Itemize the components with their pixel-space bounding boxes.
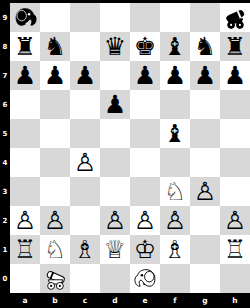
square-f5[interactable]: ♝ <box>160 119 190 148</box>
file-label-g: g <box>190 293 220 308</box>
square-d5[interactable] <box>100 119 130 148</box>
square-a7[interactable]: ♟ <box>10 61 40 90</box>
piece-black-knight[interactable]: ♞ <box>44 34 66 59</box>
piece-black-cannon[interactable] <box>222 4 249 31</box>
rank-label-6: 6 <box>0 90 10 119</box>
square-b6[interactable] <box>40 90 70 119</box>
square-e0[interactable] <box>130 264 160 293</box>
square-b3[interactable] <box>40 177 70 206</box>
rank-label-9: 9 <box>0 3 10 32</box>
square-f9[interactable] <box>160 3 190 32</box>
square-c8[interactable] <box>70 32 100 61</box>
piece-white-pawn[interactable]: ♙ <box>164 208 186 233</box>
square-a4[interactable] <box>10 148 40 177</box>
square-g9[interactable] <box>190 3 220 32</box>
square-f4[interactable] <box>160 148 190 177</box>
file-label-f: f <box>160 293 190 308</box>
square-e5[interactable] <box>130 119 160 148</box>
square-d8[interactable]: ♛ <box>100 32 130 61</box>
rank-label-3: 3 <box>0 177 10 206</box>
square-h6[interactable] <box>220 90 250 119</box>
square-e4[interactable] <box>130 148 160 177</box>
piece-white-bishop[interactable]: ♗ <box>74 237 96 262</box>
square-h4[interactable] <box>220 148 250 177</box>
file-label-h: h <box>220 293 250 308</box>
square-g3[interactable]: ♙ <box>190 177 220 206</box>
square-a2[interactable]: ♙ <box>10 206 40 235</box>
square-c2[interactable] <box>70 206 100 235</box>
square-g6[interactable] <box>190 90 220 119</box>
piece-black-pawn[interactable]: ♟ <box>134 63 156 88</box>
piece-black-rook[interactable]: ♜ <box>14 34 36 59</box>
square-h8[interactable]: ♜ <box>220 32 250 61</box>
rank-label-5: 5 <box>0 119 10 148</box>
square-c4[interactable]: ♙ <box>70 148 100 177</box>
file-label-e: e <box>130 293 160 308</box>
square-f3[interactable]: ♘ <box>160 177 190 206</box>
square-h0[interactable] <box>220 264 250 293</box>
rank-label-1: 1 <box>0 235 10 264</box>
piece-white-queen[interactable]: ♕ <box>104 237 126 262</box>
square-f1[interactable]: ♗ <box>160 235 190 264</box>
piece-white-rook[interactable]: ♖ <box>14 237 36 262</box>
square-c1[interactable]: ♗ <box>70 235 100 264</box>
square-b0[interactable] <box>40 264 70 293</box>
square-e6[interactable] <box>130 90 160 119</box>
square-d7[interactable] <box>100 61 130 90</box>
piece-white-pawn[interactable]: ♙ <box>224 208 246 233</box>
piece-white-elephant[interactable] <box>132 265 159 292</box>
square-h7[interactable]: ♟ <box>220 61 250 90</box>
square-c5[interactable] <box>70 119 100 148</box>
square-c3[interactable] <box>70 177 100 206</box>
square-g2[interactable] <box>190 206 220 235</box>
square-g4[interactable] <box>190 148 220 177</box>
chess-variant-diagram: 9876543210 ♜♞♛♚♝♞♜♟♟♟♟♟♟♟♟♝♙♘♙♙♙♙♙♙♙♖♘♗♕… <box>0 0 250 308</box>
square-d2[interactable]: ♙ <box>100 206 130 235</box>
piece-black-pawn[interactable]: ♟ <box>224 63 246 88</box>
square-e7[interactable]: ♟ <box>130 61 160 90</box>
square-a1[interactable]: ♖ <box>10 235 40 264</box>
piece-black-pawn[interactable]: ♟ <box>164 63 186 88</box>
square-f7[interactable]: ♟ <box>160 61 190 90</box>
piece-white-pawn[interactable]: ♙ <box>134 208 156 233</box>
square-e8[interactable]: ♚ <box>130 32 160 61</box>
rank-label-0: 0 <box>0 264 10 293</box>
square-f2[interactable]: ♙ <box>160 206 190 235</box>
square-a8[interactable]: ♜ <box>10 32 40 61</box>
rank-labels: 9876543210 <box>0 3 10 293</box>
piece-white-bishop[interactable]: ♗ <box>164 237 186 262</box>
square-b7[interactable]: ♟ <box>40 61 70 90</box>
file-label-d: d <box>100 293 130 308</box>
piece-black-pawn[interactable]: ♟ <box>14 63 36 88</box>
square-e3[interactable] <box>130 177 160 206</box>
piece-black-knight[interactable]: ♞ <box>194 34 216 59</box>
square-a6[interactable] <box>10 90 40 119</box>
piece-white-pawn[interactable]: ♙ <box>104 208 126 233</box>
square-c7[interactable]: ♟ <box>70 61 100 90</box>
square-b4[interactable] <box>40 148 70 177</box>
square-d1[interactable]: ♕ <box>100 235 130 264</box>
square-a3[interactable] <box>10 177 40 206</box>
square-a0[interactable] <box>10 264 40 293</box>
square-e1[interactable]: ♔ <box>130 235 160 264</box>
square-g1[interactable] <box>190 235 220 264</box>
piece-black-elephant[interactable] <box>12 4 39 31</box>
piece-white-pawn[interactable]: ♙ <box>74 150 96 175</box>
square-a5[interactable] <box>10 119 40 148</box>
square-h9[interactable] <box>220 3 250 32</box>
rank-label-2: 2 <box>0 206 10 235</box>
square-b9[interactable] <box>40 3 70 32</box>
square-a9[interactable] <box>10 3 40 32</box>
square-f8[interactable]: ♝ <box>160 32 190 61</box>
piece-black-pawn[interactable]: ♟ <box>44 63 66 88</box>
piece-black-queen[interactable]: ♛ <box>104 34 126 59</box>
piece-black-pawn[interactable]: ♟ <box>74 63 96 88</box>
square-b8[interactable]: ♞ <box>40 32 70 61</box>
rank-label-7: 7 <box>0 61 10 90</box>
piece-black-bishop[interactable]: ♝ <box>164 121 186 146</box>
square-d4[interactable] <box>100 148 130 177</box>
file-label-c: c <box>70 293 100 308</box>
square-c6[interactable] <box>70 90 100 119</box>
square-c9[interactable] <box>70 3 100 32</box>
square-e9[interactable] <box>130 3 160 32</box>
rank-label-4: 4 <box>0 148 10 177</box>
piece-black-pawn[interactable]: ♟ <box>104 92 126 117</box>
piece-black-king[interactable]: ♚ <box>134 34 156 59</box>
piece-black-rook[interactable]: ♜ <box>224 34 246 59</box>
square-h2[interactable]: ♙ <box>220 206 250 235</box>
square-f6[interactable] <box>160 90 190 119</box>
square-d6[interactable]: ♟ <box>100 90 130 119</box>
piece-black-bishop[interactable]: ♝ <box>164 34 186 59</box>
square-g0[interactable] <box>190 264 220 293</box>
piece-black-pawn[interactable]: ♟ <box>194 63 216 88</box>
piece-white-pawn[interactable]: ♙ <box>44 208 66 233</box>
square-h5[interactable] <box>220 119 250 148</box>
square-b2[interactable]: ♙ <box>40 206 70 235</box>
square-d0[interactable] <box>100 264 130 293</box>
piece-white-knight[interactable]: ♘ <box>44 237 66 262</box>
square-g5[interactable] <box>190 119 220 148</box>
file-label-b: b <box>40 293 70 308</box>
square-d3[interactable] <box>100 177 130 206</box>
square-b5[interactable] <box>40 119 70 148</box>
rank-label-8: 8 <box>0 32 10 61</box>
square-b1[interactable]: ♘ <box>40 235 70 264</box>
file-labels: abcdefgh <box>10 293 250 308</box>
piece-white-pawn[interactable]: ♙ <box>14 208 36 233</box>
square-d9[interactable] <box>100 3 130 32</box>
piece-white-cannon[interactable] <box>42 265 69 292</box>
piece-white-king[interactable]: ♔ <box>134 237 156 262</box>
square-c0[interactable] <box>70 264 100 293</box>
board: ♜♞♛♚♝♞♜♟♟♟♟♟♟♟♟♝♙♘♙♙♙♙♙♙♙♖♘♗♕♔♗♖ <box>10 3 250 293</box>
piece-white-rook[interactable]: ♖ <box>224 237 246 262</box>
square-g7[interactable]: ♟ <box>190 61 220 90</box>
square-e2[interactable]: ♙ <box>130 206 160 235</box>
square-g8[interactable]: ♞ <box>190 32 220 61</box>
square-h3[interactable] <box>220 177 250 206</box>
piece-white-pawn[interactable]: ♙ <box>194 179 216 204</box>
square-h1[interactable]: ♖ <box>220 235 250 264</box>
piece-white-knight[interactable]: ♘ <box>164 179 186 204</box>
file-label-a: a <box>10 293 40 308</box>
square-f0[interactable] <box>160 264 190 293</box>
